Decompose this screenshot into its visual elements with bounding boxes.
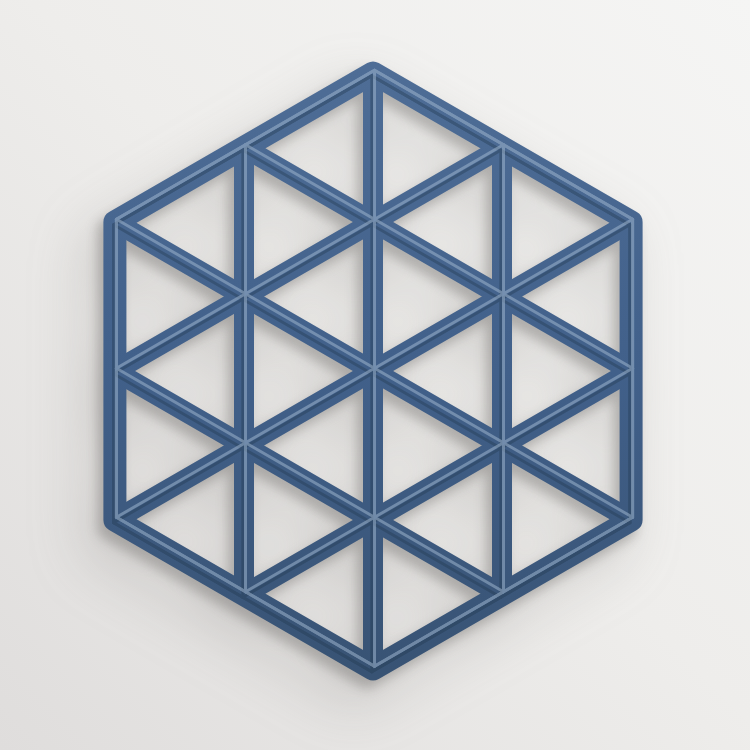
- trivet: [0, 0, 750, 750]
- lattice-bar: [115, 297, 244, 372]
- lattice-bar: [246, 368, 375, 443]
- lattice-bar: [502, 222, 631, 297]
- lattice-bar: [372, 299, 501, 374]
- lattice-bar: [116, 443, 245, 518]
- lattice-bar: [504, 443, 633, 518]
- lattice-bar: [114, 299, 243, 374]
- lattice-bar: [504, 219, 633, 294]
- lattice-bar: [375, 517, 504, 592]
- lattice-bar: [373, 148, 502, 223]
- lattice-bar: [373, 297, 502, 372]
- lattice-bar: [373, 446, 502, 521]
- lattice-bar: [114, 374, 243, 449]
- photo-background: [0, 0, 750, 750]
- lattice-bar: [372, 150, 501, 225]
- lattice-bar: [246, 294, 375, 369]
- trivet-shadow-group: [114, 70, 633, 672]
- lattice-bar: [114, 448, 243, 523]
- lattice-bar: [244, 520, 373, 595]
- lattice-bar: [504, 294, 633, 369]
- lattice-bar: [501, 374, 630, 449]
- lattice-bar: [243, 448, 372, 523]
- lattice-bar: [243, 523, 372, 598]
- lattice-bar: [502, 371, 631, 446]
- lattice-bar: [246, 145, 375, 220]
- lattice-bar: [501, 225, 630, 299]
- lattice-bar: [246, 219, 375, 294]
- lattice-bar: [372, 523, 501, 598]
- lattice-bar: [116, 219, 245, 294]
- lattice-bar: [504, 368, 633, 443]
- lattice-bar: [243, 225, 372, 299]
- lattice-bar: [372, 448, 501, 523]
- lattice-bar: [373, 371, 502, 446]
- lattice-bar: [375, 443, 504, 518]
- lattice-bar: [114, 225, 243, 299]
- lattice-bar: [372, 225, 501, 299]
- lattice-bar: [115, 371, 244, 446]
- lattice-bar: [375, 219, 504, 294]
- lattice-bar: [246, 517, 375, 592]
- lattice-bar: [116, 368, 245, 443]
- lattice-bar: [501, 448, 630, 523]
- lattice-bar: [373, 222, 502, 297]
- lattice-bar: [375, 294, 504, 369]
- lattice-bar: [244, 222, 373, 297]
- lattice-bar: [502, 297, 631, 372]
- lattice-bar: [372, 374, 501, 449]
- lattice-bar: [246, 443, 375, 518]
- lattice-bar: [115, 446, 244, 521]
- lattice-bar: [502, 446, 631, 521]
- lattice-bar: [243, 150, 372, 225]
- lattice-bar: [243, 299, 372, 374]
- lattice-bar: [375, 368, 504, 443]
- lattice-bar: [244, 371, 373, 446]
- lattice-bar: [115, 222, 244, 297]
- lattice-bar: [244, 148, 373, 223]
- lattice-bar: [244, 446, 373, 521]
- lattice-bar: [243, 374, 372, 449]
- lattice-bar: [373, 520, 502, 595]
- lattice-bar: [244, 297, 373, 372]
- lattice-bar: [116, 294, 245, 369]
- lattice-bar: [375, 145, 504, 220]
- lattice-bar: [501, 299, 630, 374]
